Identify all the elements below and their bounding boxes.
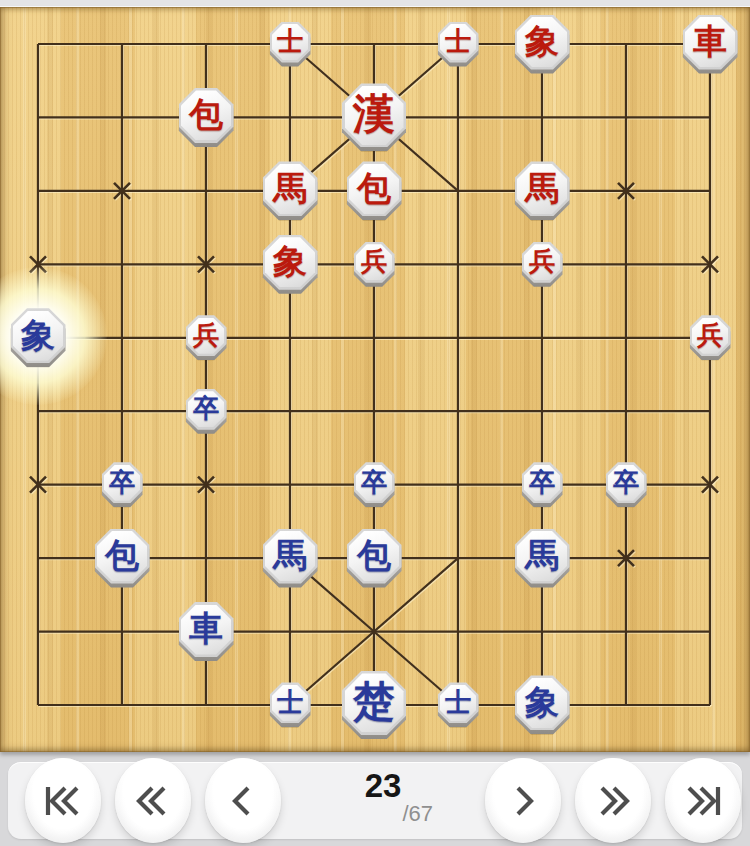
piece-cho-soldier[interactable]: 卒 — [354, 462, 395, 507]
piece-han-cannon[interactable]: 包 — [347, 161, 402, 220]
piece-han-king[interactable]: 漢 — [342, 83, 406, 151]
piece-han-soldier[interactable]: 兵 — [186, 315, 227, 360]
top-strip — [0, 0, 750, 7]
piece-han-cannon[interactable]: 包 — [179, 88, 234, 147]
piece-glyph-cannon: 包 — [347, 535, 402, 575]
piece-han-horse[interactable]: 馬 — [263, 161, 318, 220]
piece-glyph-chariot: 車 — [179, 608, 234, 648]
piece-cho-soldier[interactable]: 卒 — [606, 462, 647, 507]
piece-glyph-cannon: 包 — [95, 535, 150, 575]
piece-glyph-elephant: 象 — [515, 682, 570, 722]
chevron-left-icon — [223, 781, 263, 821]
piece-glyph-soldier: 卒 — [606, 467, 647, 498]
piece-glyph-soldier: 兵 — [186, 320, 227, 351]
piece-han-horse[interactable]: 馬 — [515, 161, 570, 220]
piece-han-elephant[interactable]: 象 — [515, 15, 570, 74]
piece-han-chariot[interactable]: 車 — [683, 15, 738, 74]
piece-glyph-soldier: 卒 — [522, 467, 563, 498]
piece-cho-advisor[interactable]: 士 — [270, 682, 311, 727]
piece-glyph-king: 楚 — [342, 677, 406, 727]
piece-cho-chariot[interactable]: 車 — [179, 602, 234, 661]
piece-glyph-soldier: 兵 — [690, 320, 731, 351]
double-chevron-left-icon — [133, 781, 173, 821]
piece-glyph-soldier: 卒 — [354, 467, 395, 498]
piece-glyph-horse: 馬 — [515, 535, 570, 575]
piece-glyph-horse: 馬 — [515, 168, 570, 208]
piece-cho-advisor[interactable]: 士 — [438, 682, 479, 727]
move-navigation-bar: 23 /67 — [8, 762, 742, 839]
piece-glyph-chariot: 車 — [683, 21, 738, 61]
piece-glyph-advisor: 士 — [270, 687, 311, 718]
piece-glyph-horse: 馬 — [263, 168, 318, 208]
piece-cho-elephant[interactable]: 象 — [515, 675, 570, 734]
first-move-button[interactable] — [25, 758, 101, 843]
piece-glyph-advisor: 士 — [438, 687, 479, 718]
piece-glyph-advisor: 士 — [270, 26, 311, 57]
last-move-button[interactable] — [665, 758, 741, 843]
piece-glyph-advisor: 士 — [438, 26, 479, 57]
move-counter: 23 /67 — [323, 769, 443, 825]
next-move-button[interactable] — [485, 758, 561, 843]
piece-cho-cannon[interactable]: 包 — [95, 529, 150, 588]
piece-cho-horse[interactable]: 馬 — [263, 529, 318, 588]
piece-glyph-cannon: 包 — [179, 94, 234, 134]
piece-cho-soldier[interactable]: 卒 — [522, 462, 563, 507]
skip-to-end-icon — [683, 781, 723, 821]
piece-glyph-elephant: 象 — [11, 315, 66, 355]
piece-cho-cannon[interactable]: 包 — [347, 529, 402, 588]
janggi-board[interactable]: 士士象車包漢馬包馬象兵兵兵兵象卒卒卒卒卒包馬包馬車士楚士象 — [0, 7, 750, 752]
piece-han-soldier[interactable]: 兵 — [354, 242, 395, 287]
piece-cho-king[interactable]: 楚 — [342, 671, 406, 739]
piece-han-elephant[interactable]: 象 — [263, 235, 318, 294]
double-chevron-right-icon — [593, 781, 633, 821]
piece-glyph-soldier: 卒 — [102, 467, 143, 498]
piece-glyph-elephant: 象 — [263, 241, 318, 281]
piece-cho-soldier[interactable]: 卒 — [186, 389, 227, 434]
piece-glyph-soldier: 兵 — [354, 246, 395, 277]
piece-han-advisor[interactable]: 士 — [438, 22, 479, 67]
piece-glyph-cannon: 包 — [347, 168, 402, 208]
piece-glyph-king: 漢 — [342, 89, 406, 139]
current-move-number: 23 — [323, 769, 443, 803]
fast-forward-button[interactable] — [575, 758, 651, 843]
skip-to-start-icon — [43, 781, 83, 821]
piece-glyph-horse: 馬 — [263, 535, 318, 575]
total-move-count: /67 — [323, 802, 433, 825]
chevron-right-icon — [503, 781, 543, 821]
piece-cho-soldier[interactable]: 卒 — [102, 462, 143, 507]
fast-backward-button[interactable] — [115, 758, 191, 843]
piece-han-advisor[interactable]: 士 — [270, 22, 311, 67]
janggi-app: 士士象車包漢馬包馬象兵兵兵兵象卒卒卒卒卒包馬包馬車士楚士象 23 /67 — [0, 0, 750, 846]
piece-glyph-soldier: 卒 — [186, 393, 227, 424]
piece-cho-horse[interactable]: 馬 — [515, 529, 570, 588]
piece-glyph-soldier: 兵 — [522, 246, 563, 277]
piece-han-soldier[interactable]: 兵 — [690, 315, 731, 360]
piece-glyph-elephant: 象 — [515, 21, 570, 61]
previous-move-button[interactable] — [205, 758, 281, 843]
piece-han-soldier[interactable]: 兵 — [522, 242, 563, 287]
piece-cho-elephant[interactable]: 象 — [11, 308, 66, 367]
